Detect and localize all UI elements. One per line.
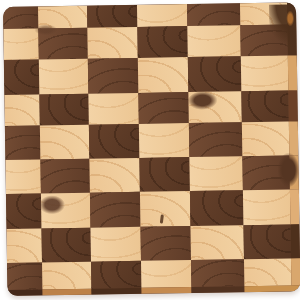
board-square-r5c4 [139, 123, 190, 158]
board-square-r4c6 [241, 91, 288, 123]
checkerboard-grid [3, 3, 291, 290]
board-square-r9c1 [7, 262, 42, 290]
board-square-r6c6 [242, 156, 290, 191]
board-square-r4c4 [138, 92, 188, 124]
board-square-r1c3 [87, 5, 137, 28]
board-square-r9c5 [191, 259, 244, 287]
board-square-r9c3 [91, 261, 141, 289]
board-square-r5c3 [89, 124, 140, 159]
board-square-r5c5 [189, 122, 243, 157]
board-square-r7c4 [140, 191, 191, 227]
board-square-r4c5 [188, 91, 241, 123]
right-edge-segment [289, 155, 299, 189]
board-square-r3c5 [188, 56, 242, 92]
board-square-r1c2 [38, 6, 87, 29]
board-square-r7c2 [41, 193, 91, 229]
right-edge-segment [288, 55, 298, 90]
board-square-r8c6 [243, 225, 291, 260]
right-edge-segment [290, 189, 300, 224]
board-square-r9c4 [141, 260, 191, 288]
bottom-edge-segment [42, 289, 91, 296]
board-square-r2c1 [3, 28, 38, 60]
right-edge-segment [288, 90, 297, 121]
board-square-r6c3 [89, 158, 140, 193]
board-square-r5c2 [40, 125, 90, 160]
board-square-r3c2 [39, 59, 89, 95]
right-edge-segment [290, 224, 300, 258]
bottom-edge-segment [7, 289, 42, 296]
board-square-r7c1 [6, 193, 42, 229]
board-square-r2c2 [38, 28, 87, 60]
right-edge-segment [289, 121, 299, 155]
board-square-r3c1 [4, 59, 40, 95]
board-square-r3c3 [88, 58, 139, 94]
bottom-edge-segment [141, 287, 191, 294]
board-square-r1c6 [240, 3, 287, 26]
board-square-r4c3 [88, 93, 138, 125]
board-square-r7c5 [190, 190, 244, 226]
board-square-r5c6 [242, 122, 290, 157]
board-square-r1c1 [3, 6, 38, 29]
board-square-r2c4 [137, 26, 187, 58]
board-square-r6c1 [5, 159, 41, 194]
board-square-r9c2 [42, 262, 91, 290]
board-square-r8c3 [90, 227, 141, 262]
board-square-r7c6 [243, 190, 291, 226]
board-square-r9c6 [244, 259, 291, 287]
right-edge-segment [291, 258, 300, 285]
board-square-r1c4 [137, 4, 187, 27]
board-square-r6c4 [139, 157, 190, 192]
board-square-r3c4 [138, 57, 189, 93]
board-square-r2c5 [187, 25, 240, 57]
board-square-r6c5 [189, 156, 243, 191]
right-edge-segment [287, 24, 296, 55]
board-square-r4c2 [39, 94, 88, 126]
bottom-edge-segment [91, 288, 141, 295]
board-square-r8c1 [6, 228, 42, 263]
board-square-r5c1 [5, 125, 41, 160]
board-square-r8c5 [190, 225, 244, 260]
board-square-r3c6 [241, 56, 289, 92]
board-square-r8c2 [41, 228, 91, 263]
right-edge-segment [287, 2, 296, 24]
board-square-r6c2 [40, 159, 90, 194]
bottom-edge-segment [191, 286, 244, 293]
product-photo [0, 0, 300, 300]
board-square-r1c5 [187, 3, 240, 26]
board-square-r4c1 [4, 94, 39, 126]
board-square-r2c3 [87, 27, 137, 59]
board-square-r7c3 [90, 192, 141, 228]
board-square-r2c6 [240, 25, 287, 57]
bottom-edge-segment [244, 285, 300, 292]
board-square-r8c4 [140, 226, 191, 261]
checkerboard-cutting-board [3, 2, 300, 296]
